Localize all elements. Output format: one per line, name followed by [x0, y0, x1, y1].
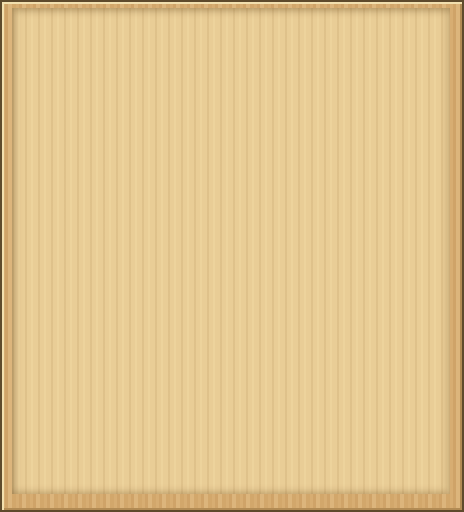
pieces-layer [10, 7, 452, 504]
xiangqi-app [0, 0, 464, 512]
